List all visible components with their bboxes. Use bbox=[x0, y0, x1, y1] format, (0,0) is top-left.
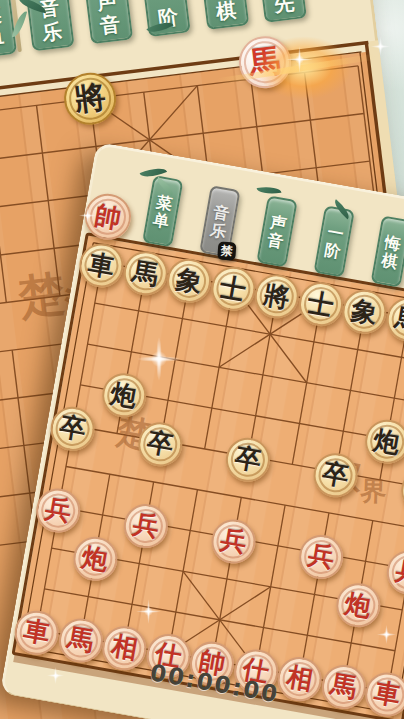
toolbar-button-音乐[interactable]: 音乐 bbox=[24, 0, 75, 51]
mute-badge: 禁 bbox=[217, 241, 236, 260]
xiangqi-game-scene: 楚河 菜单音乐声音一阶悔棋先 將馬 bbox=[0, 0, 404, 719]
